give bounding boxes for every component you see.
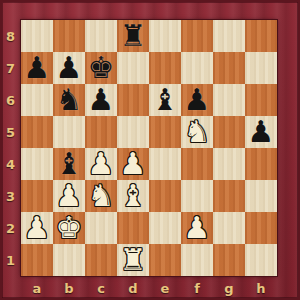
square-a5[interactable] [21,116,53,148]
square-f1[interactable] [181,244,213,276]
square-d8[interactable]: ♜ [117,20,149,52]
square-d7[interactable] [117,52,149,84]
rank-label-3: 3 [0,180,21,212]
square-b7[interactable]: ♟ [53,52,85,84]
square-d1[interactable]: ♜ [117,244,149,276]
black-pawn[interactable]: ♟ [184,84,211,116]
file-labels: abcdefgh [21,276,277,300]
square-b8[interactable] [53,20,85,52]
square-c2[interactable] [85,212,117,244]
black-pawn[interactable]: ♟ [56,52,83,84]
square-h7[interactable] [245,52,277,84]
square-a8[interactable] [21,20,53,52]
square-e8[interactable] [149,20,181,52]
black-rook[interactable]: ♜ [120,20,147,52]
white-knight[interactable]: ♞ [184,116,211,148]
square-h8[interactable] [245,20,277,52]
square-g1[interactable] [213,244,245,276]
chess-board: ♜♟♟♚♞♟♝♟♞♟♝♟♟♟♞♝♟♚♟♜ [21,20,277,276]
square-e6[interactable]: ♝ [149,84,181,116]
black-pawn[interactable]: ♟ [88,84,115,116]
rank-labels: 87654321 [0,20,21,276]
square-f4[interactable] [181,148,213,180]
file-label-b: b [53,276,85,300]
white-pawn[interactable]: ♟ [88,148,115,180]
square-f3[interactable] [181,180,213,212]
square-a6[interactable] [21,84,53,116]
rank-label-5: 5 [0,116,21,148]
white-pawn[interactable]: ♟ [184,212,211,244]
square-b1[interactable] [53,244,85,276]
square-b5[interactable] [53,116,85,148]
file-label-c: c [85,276,117,300]
file-label-e: e [149,276,181,300]
white-king[interactable]: ♚ [56,212,83,244]
file-label-g: g [213,276,245,300]
square-g3[interactable] [213,180,245,212]
chess-board-frame: 87654321 abcdefgh ♜♟♟♚♞♟♝♟♞♟♝♟♟♟♞♝♟♚♟♜ [0,0,300,300]
square-c4[interactable]: ♟ [85,148,117,180]
square-h1[interactable] [245,244,277,276]
square-c3[interactable]: ♞ [85,180,117,212]
square-b6[interactable]: ♞ [53,84,85,116]
file-label-h: h [245,276,277,300]
file-label-a: a [21,276,53,300]
square-a3[interactable] [21,180,53,212]
square-e5[interactable] [149,116,181,148]
square-g7[interactable] [213,52,245,84]
square-g8[interactable] [213,20,245,52]
square-c5[interactable] [85,116,117,148]
square-h4[interactable] [245,148,277,180]
white-bishop[interactable]: ♝ [120,180,147,212]
square-d4[interactable]: ♟ [117,148,149,180]
square-g5[interactable] [213,116,245,148]
square-e4[interactable] [149,148,181,180]
white-pawn[interactable]: ♟ [120,148,147,180]
square-h3[interactable] [245,180,277,212]
square-a1[interactable] [21,244,53,276]
square-b4[interactable]: ♝ [53,148,85,180]
square-h5[interactable]: ♟ [245,116,277,148]
square-e3[interactable] [149,180,181,212]
white-pawn[interactable]: ♟ [24,212,51,244]
square-f2[interactable]: ♟ [181,212,213,244]
rank-label-8: 8 [0,20,21,52]
square-f7[interactable] [181,52,213,84]
square-b2[interactable]: ♚ [53,212,85,244]
rank-label-2: 2 [0,212,21,244]
square-d2[interactable] [117,212,149,244]
rank-label-6: 6 [0,84,21,116]
rank-label-7: 7 [0,52,21,84]
square-c8[interactable] [85,20,117,52]
square-e1[interactable] [149,244,181,276]
square-d5[interactable] [117,116,149,148]
square-d3[interactable]: ♝ [117,180,149,212]
rank-label-4: 4 [0,148,21,180]
square-g2[interactable] [213,212,245,244]
file-label-d: d [117,276,149,300]
white-knight[interactable]: ♞ [88,180,115,212]
file-label-f: f [181,276,213,300]
square-a7[interactable]: ♟ [21,52,53,84]
black-bishop[interactable]: ♝ [56,148,83,180]
square-c7[interactable]: ♚ [85,52,117,84]
square-f6[interactable]: ♟ [181,84,213,116]
square-a2[interactable]: ♟ [21,212,53,244]
square-e7[interactable] [149,52,181,84]
square-b3[interactable]: ♟ [53,180,85,212]
white-rook[interactable]: ♜ [120,244,147,276]
square-g4[interactable] [213,148,245,180]
black-bishop[interactable]: ♝ [152,84,179,116]
rank-label-1: 1 [0,244,21,276]
black-knight[interactable]: ♞ [56,84,83,116]
square-h6[interactable] [245,84,277,116]
black-pawn[interactable]: ♟ [24,52,51,84]
square-f8[interactable] [181,20,213,52]
square-a4[interactable] [21,148,53,180]
square-c6[interactable]: ♟ [85,84,117,116]
white-pawn[interactable]: ♟ [56,180,83,212]
square-h2[interactable] [245,212,277,244]
square-f5[interactable]: ♞ [181,116,213,148]
square-e2[interactable] [149,212,181,244]
square-g6[interactable] [213,84,245,116]
black-king[interactable]: ♚ [88,52,115,84]
square-c1[interactable] [85,244,117,276]
black-pawn[interactable]: ♟ [248,116,275,148]
square-d6[interactable] [117,84,149,116]
